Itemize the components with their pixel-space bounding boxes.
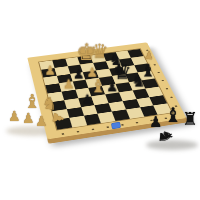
- piece-white-pawn-a7[interactable]: ♟: [44, 64, 55, 77]
- piece-white-pawn-b5[interactable]: ♟: [62, 78, 74, 91]
- square-d8[interactable]: ♚: [78, 55, 93, 64]
- piece-black-pawn-e4[interactable]: ♟: [106, 80, 118, 93]
- chess-board-frame: ♚♛♟♞♟♟♟♟♛♝♝♟♞♟: [27, 42, 186, 139]
- square-a7[interactable]: ♟: [41, 68, 56, 77]
- captured-white-pawn[interactable]: ♟: [8, 109, 21, 123]
- captured-black-bishop[interactable]: ♝: [164, 105, 182, 125]
- captured-white-pawn[interactable]: ♟: [50, 111, 66, 126]
- square-f1[interactable]: [126, 108, 144, 119]
- captured-black-rook[interactable]: ♜: [182, 110, 198, 128]
- square-g4[interactable]: ♞: [129, 80, 146, 90]
- captured-white-pawn[interactable]: ♟: [22, 111, 35, 125]
- captured-white-knight[interactable]: ♞: [41, 94, 58, 113]
- piece-black-knight-g4[interactable]: ♞: [132, 73, 146, 89]
- rail-white-pawn[interactable]: ♟: [144, 50, 155, 62]
- piece-black-pawn-c3[interactable]: ♟: [82, 92, 94, 106]
- captured-white-pawn[interactable]: ♟: [35, 114, 48, 128]
- captured-white-bishop[interactable]: ♝: [24, 92, 41, 111]
- square-b1[interactable]: [69, 116, 86, 128]
- piece-white-king-d8[interactable]: ♚: [76, 41, 97, 64]
- square-c3[interactable]: ♟: [78, 96, 95, 107]
- square-b5[interactable]: ♟: [59, 82, 75, 92]
- piece-black-pawn-c6[interactable]: ♟: [73, 68, 85, 81]
- chess-set-scene: ♚♛♟♞♟♟♟♟♛♝♝♟♞♟ ♝♞♟♟♟♟♟♝♜♞♟: [0, 0, 200, 200]
- captured-black-knight[interactable]: ♞: [156, 128, 174, 145]
